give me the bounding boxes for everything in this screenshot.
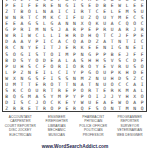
grid-cell[interactable]: Z	[3, 106, 11, 112]
word-list: ACCOUNTANTCARPENTERCOURT REPORTERDISC JO…	[3, 115, 147, 137]
grid-cell[interactable]: S	[93, 106, 101, 112]
grid-cell[interactable]: Q	[78, 106, 86, 112]
grid-cell[interactable]: E	[63, 106, 71, 112]
grid-cell[interactable]: E	[26, 106, 34, 112]
grid-cell[interactable]: T	[33, 106, 41, 112]
grid-cell[interactable]: R	[11, 106, 19, 112]
grid-cell[interactable]: R	[41, 106, 49, 112]
site-url[interactable]: www.WordSearchAddict.com	[0, 144, 150, 149]
word-list-item: WEB DESIGNER	[113, 133, 148, 137]
word-list-item: ELECTRICIAN	[3, 133, 38, 137]
grid-cell[interactable]: O	[48, 106, 56, 112]
word-list-item: MUSICIAN	[40, 133, 75, 137]
grid-cell[interactable]: R	[18, 106, 26, 112]
grid-cell[interactable]: O	[101, 106, 109, 112]
word-search-grid: VRLTNSDPAHYMECBJUORPEIFERENGISEDBEWLEEZT…	[2, 0, 147, 112]
word-list-column: PHARMACISTPHYSICIANPOLICE OFFICERPOLITIC…	[76, 115, 111, 137]
word-list-column: PROGRAMMERREPORTERSURVEYORVETERINARIANWE…	[113, 115, 148, 137]
grid-cell[interactable]: F	[86, 106, 94, 112]
grid-cell[interactable]: Q	[138, 106, 146, 112]
word-list-column: ENGINEERFIREFIGHTERLIBRARIANMECHANICMUSI…	[40, 115, 75, 137]
grid-cell[interactable]: R	[71, 106, 79, 112]
grid-cell[interactable]: M	[123, 106, 131, 112]
grid-cell[interactable]: N	[131, 106, 139, 112]
grid-cell[interactable]: N	[108, 106, 116, 112]
word-list-item: PROFESSOR	[76, 133, 111, 137]
grid-cell[interactable]: T	[116, 106, 124, 112]
word-list-column: ACCOUNTANTCARPENTERCOURT REPORTERDISC JO…	[3, 115, 38, 137]
grid-cell[interactable]: P	[56, 106, 64, 112]
